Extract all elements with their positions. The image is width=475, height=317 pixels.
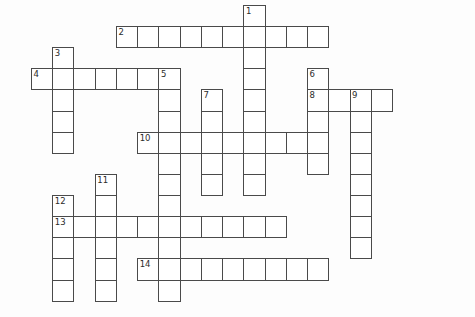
grid-cell-r7c8[interactable]: [180, 132, 202, 154]
grid-cell-r7c6[interactable]: [137, 132, 159, 154]
grid-cell-r10c2[interactable]: [52, 195, 74, 217]
grid-cell-r4c6[interactable]: [137, 68, 159, 90]
grid-cell-r4c11[interactable]: [243, 68, 265, 90]
grid-cell-r5c9[interactable]: [201, 89, 223, 111]
grid-cell-r10c4[interactable]: [95, 195, 117, 217]
grid-cell-r2c8[interactable]: [180, 26, 202, 48]
grid-cell-r13c9[interactable]: [201, 258, 223, 280]
grid-cell-r13c6[interactable]: [137, 258, 159, 280]
grid-cell-r14c2[interactable]: [52, 280, 74, 302]
grid-cell-r12c7[interactable]: [158, 237, 180, 259]
grid-cell-r13c13[interactable]: [286, 258, 308, 280]
grid-cell-r4c14[interactable]: [307, 68, 329, 90]
grid-cell-r2c5[interactable]: [116, 26, 138, 48]
grid-cell-r2c14[interactable]: [307, 26, 329, 48]
grid-cell-r7c2[interactable]: [52, 132, 74, 154]
grid-cell-r8c7[interactable]: [158, 153, 180, 175]
grid-cell-r12c16[interactable]: [350, 237, 372, 259]
grid-cell-r11c7[interactable]: [158, 216, 180, 238]
grid-cell-r8c14[interactable]: [307, 153, 329, 175]
grid-cell-r9c16[interactable]: [350, 174, 372, 196]
grid-cell-r4c3[interactable]: [73, 68, 95, 90]
grid-cell-r13c8[interactable]: [180, 258, 202, 280]
crossword-puzzle-image: 1234567891011121314: [0, 0, 475, 317]
grid-cell-r8c9[interactable]: [201, 153, 223, 175]
grid-cell-r2c13[interactable]: [286, 26, 308, 48]
grid-cell-r2c7[interactable]: [158, 26, 180, 48]
grid-cell-r5c15[interactable]: [328, 89, 350, 111]
grid-cell-r3c2[interactable]: [52, 47, 74, 69]
grid-cell-r5c16[interactable]: [350, 89, 372, 111]
grid-cell-r13c10[interactable]: [222, 258, 244, 280]
grid-cell-r9c11[interactable]: [243, 174, 265, 196]
grid-cell-r4c5[interactable]: [116, 68, 138, 90]
grid-cell-r11c11[interactable]: [243, 216, 265, 238]
grid-cell-r5c2[interactable]: [52, 89, 74, 111]
grid-cell-r7c14[interactable]: [307, 132, 329, 154]
grid-cell-r4c7[interactable]: [158, 68, 180, 90]
grid-cell-r12c2[interactable]: [52, 237, 74, 259]
grid-cell-r4c4[interactable]: [95, 68, 117, 90]
grid-cell-r11c8[interactable]: [180, 216, 202, 238]
grid-cell-r6c14[interactable]: [307, 111, 329, 133]
grid-cell-r13c11[interactable]: [243, 258, 265, 280]
grid-cell-r11c5[interactable]: [116, 216, 138, 238]
grid-cell-r13c12[interactable]: [265, 258, 287, 280]
grid-cell-r5c11[interactable]: [243, 89, 265, 111]
grid-cell-r13c14[interactable]: [307, 258, 329, 280]
grid-cell-r13c2[interactable]: [52, 258, 74, 280]
grid-cell-r10c7[interactable]: [158, 195, 180, 217]
grid-cell-r9c4[interactable]: [95, 174, 117, 196]
grid-cell-r3c11[interactable]: [243, 47, 265, 69]
grid-cell-r7c16[interactable]: [350, 132, 372, 154]
grid-cell-r11c16[interactable]: [350, 216, 372, 238]
crossword-board: 1234567891011121314: [31, 5, 393, 302]
grid-cell-r8c16[interactable]: [350, 153, 372, 175]
grid-cell-r6c7[interactable]: [158, 111, 180, 133]
grid-cell-r11c6[interactable]: [137, 216, 159, 238]
grid-cell-r13c4[interactable]: [95, 258, 117, 280]
grid-cell-r6c2[interactable]: [52, 111, 74, 133]
grid-cell-r9c7[interactable]: [158, 174, 180, 196]
grid-cell-r2c6[interactable]: [137, 26, 159, 48]
grid-cell-r7c12[interactable]: [265, 132, 287, 154]
grid-cell-r7c13[interactable]: [286, 132, 308, 154]
grid-cell-r2c9[interactable]: [201, 26, 223, 48]
grid-cell-r11c4[interactable]: [95, 216, 117, 238]
grid-cell-r5c7[interactable]: [158, 89, 180, 111]
grid-cell-r5c14[interactable]: [307, 89, 329, 111]
grid-cell-r11c3[interactable]: [73, 216, 95, 238]
grid-cell-r12c4[interactable]: [95, 237, 117, 259]
grid-cell-r8c11[interactable]: [243, 153, 265, 175]
grid-cell-r7c10[interactable]: [222, 132, 244, 154]
grid-cell-r1c11[interactable]: [243, 5, 265, 27]
grid-cell-r13c7[interactable]: [158, 258, 180, 280]
grid-cell-r7c9[interactable]: [201, 132, 223, 154]
grid-cell-r7c11[interactable]: [243, 132, 265, 154]
grid-cell-r6c16[interactable]: [350, 111, 372, 133]
grid-cell-r14c4[interactable]: [95, 280, 117, 302]
grid-cell-r10c16[interactable]: [350, 195, 372, 217]
grid-cell-r11c2[interactable]: [52, 216, 74, 238]
grid-cell-r11c9[interactable]: [201, 216, 223, 238]
grid-cell-r2c11[interactable]: [243, 26, 265, 48]
grid-cell-r11c10[interactable]: [222, 216, 244, 238]
grid-cell-r9c9[interactable]: [201, 174, 223, 196]
grid-cell-r2c12[interactable]: [265, 26, 287, 48]
grid-cell-r5c17[interactable]: [371, 89, 393, 111]
grid-cell-r2c10[interactable]: [222, 26, 244, 48]
grid-cell-r14c7[interactable]: [158, 280, 180, 302]
grid-cell-r7c7[interactable]: [158, 132, 180, 154]
grid-cell-r4c2[interactable]: [52, 68, 74, 90]
grid-cell-r11c12[interactable]: [265, 216, 287, 238]
grid-cell-r6c9[interactable]: [201, 111, 223, 133]
grid-cell-r6c11[interactable]: [243, 111, 265, 133]
grid-cell-r4c1[interactable]: [31, 68, 53, 90]
